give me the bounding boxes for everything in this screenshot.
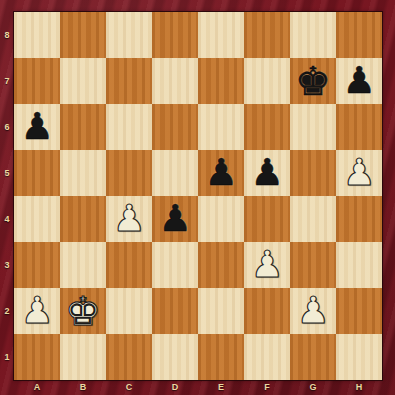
square-b3[interactable]	[60, 242, 106, 288]
rank-label-5: 5	[0, 150, 14, 196]
square-c6[interactable]	[106, 104, 152, 150]
square-a5[interactable]	[14, 150, 60, 196]
square-f7[interactable]	[244, 58, 290, 104]
square-b4[interactable]	[60, 196, 106, 242]
square-d3[interactable]	[152, 242, 198, 288]
square-f8[interactable]	[244, 12, 290, 58]
square-g5[interactable]	[290, 150, 336, 196]
square-g7[interactable]: ♚	[290, 58, 336, 104]
square-a3[interactable]	[14, 242, 60, 288]
board: ♚♟♟♟♟♟♟♟♟♟♚♟	[14, 12, 382, 380]
file-label-f: F	[244, 380, 290, 395]
square-h8[interactable]	[336, 12, 382, 58]
square-g4[interactable]	[290, 196, 336, 242]
rank-label-6: 6	[0, 104, 14, 150]
square-e1[interactable]	[198, 334, 244, 380]
black-pawn-e5[interactable]: ♟	[198, 150, 244, 196]
square-f2[interactable]	[244, 288, 290, 334]
file-label-g: G	[290, 380, 336, 395]
rank-label-7: 7	[0, 58, 14, 104]
square-h6[interactable]	[336, 104, 382, 150]
square-h2[interactable]	[336, 288, 382, 334]
square-a8[interactable]	[14, 12, 60, 58]
file-label-e: E	[198, 380, 244, 395]
square-g6[interactable]	[290, 104, 336, 150]
square-e8[interactable]	[198, 12, 244, 58]
square-b6[interactable]	[60, 104, 106, 150]
square-d4[interactable]: ♟	[152, 196, 198, 242]
square-a4[interactable]	[14, 196, 60, 242]
black-pawn-f5[interactable]: ♟	[244, 150, 290, 196]
square-h7[interactable]: ♟	[336, 58, 382, 104]
square-e3[interactable]	[198, 242, 244, 288]
square-a6[interactable]: ♟	[14, 104, 60, 150]
rank-label-3: 3	[0, 242, 14, 288]
square-d5[interactable]	[152, 150, 198, 196]
square-c3[interactable]	[106, 242, 152, 288]
square-a7[interactable]	[14, 58, 60, 104]
square-a1[interactable]	[14, 334, 60, 380]
square-e5[interactable]: ♟	[198, 150, 244, 196]
white-pawn-h5[interactable]: ♟	[336, 150, 382, 196]
file-label-c: C	[106, 380, 152, 395]
square-g1[interactable]	[290, 334, 336, 380]
square-b5[interactable]	[60, 150, 106, 196]
square-e4[interactable]	[198, 196, 244, 242]
black-pawn-a6[interactable]: ♟	[14, 104, 60, 150]
square-f6[interactable]	[244, 104, 290, 150]
file-label-h: H	[336, 380, 382, 395]
square-g3[interactable]	[290, 242, 336, 288]
square-b8[interactable]	[60, 12, 106, 58]
board-frame: 87654321 ♚♟♟♟♟♟♟♟♟♟♚♟ ABCDEFGH	[0, 0, 395, 395]
file-label-d: D	[152, 380, 198, 395]
square-h5[interactable]: ♟	[336, 150, 382, 196]
square-e7[interactable]	[198, 58, 244, 104]
square-f4[interactable]	[244, 196, 290, 242]
square-f1[interactable]	[244, 334, 290, 380]
square-b7[interactable]	[60, 58, 106, 104]
black-pawn-h7[interactable]: ♟	[336, 58, 382, 104]
square-b1[interactable]	[60, 334, 106, 380]
rank-label-4: 4	[0, 196, 14, 242]
square-g2[interactable]: ♟	[290, 288, 336, 334]
white-pawn-g2[interactable]: ♟	[290, 288, 336, 334]
rank-label-1: 1	[0, 334, 14, 380]
rank-label-2: 2	[0, 288, 14, 334]
square-g8[interactable]	[290, 12, 336, 58]
white-pawn-c4[interactable]: ♟	[106, 196, 152, 242]
square-c7[interactable]	[106, 58, 152, 104]
square-d2[interactable]	[152, 288, 198, 334]
black-king-g7[interactable]: ♚	[290, 58, 336, 104]
square-c4[interactable]: ♟	[106, 196, 152, 242]
white-pawn-f3[interactable]: ♟	[244, 242, 290, 288]
square-h3[interactable]	[336, 242, 382, 288]
square-f5[interactable]: ♟	[244, 150, 290, 196]
square-d8[interactable]	[152, 12, 198, 58]
file-labels: ABCDEFGH	[14, 380, 382, 395]
square-c1[interactable]	[106, 334, 152, 380]
square-e6[interactable]	[198, 104, 244, 150]
square-h4[interactable]	[336, 196, 382, 242]
square-a2[interactable]: ♟	[14, 288, 60, 334]
white-pawn-a2[interactable]: ♟	[14, 288, 60, 334]
square-h1[interactable]	[336, 334, 382, 380]
square-f3[interactable]: ♟	[244, 242, 290, 288]
square-d7[interactable]	[152, 58, 198, 104]
square-c2[interactable]	[106, 288, 152, 334]
rank-labels: 87654321	[0, 12, 14, 380]
square-d1[interactable]	[152, 334, 198, 380]
rank-label-8: 8	[0, 12, 14, 58]
white-king-b2[interactable]: ♚	[60, 288, 106, 334]
square-b2[interactable]: ♚	[60, 288, 106, 334]
file-label-a: A	[14, 380, 60, 395]
black-pawn-d4[interactable]: ♟	[152, 196, 198, 242]
square-c8[interactable]	[106, 12, 152, 58]
square-d6[interactable]	[152, 104, 198, 150]
file-label-b: B	[60, 380, 106, 395]
square-c5[interactable]	[106, 150, 152, 196]
square-e2[interactable]	[198, 288, 244, 334]
